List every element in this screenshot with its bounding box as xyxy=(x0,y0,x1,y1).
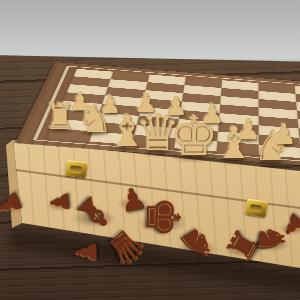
pieces-layer: ♜♟♞♟♝♟♛♟♚♟♝♟♞♟♟♟♝♟♚♛♟♞♜♞♟ xyxy=(0,0,300,300)
black-pawn-a[interactable]: ♟ xyxy=(0,187,28,222)
chess-set-photo: ♜♟♞♟♝♟♛♟♚♟♝♟♞♟♟♟♝♟♚♛♟♞♜♞♟ xyxy=(0,0,300,300)
black-pawn-d[interactable]: ♟ xyxy=(73,239,101,264)
white-pawn-7[interactable]: ♟ xyxy=(271,121,296,149)
